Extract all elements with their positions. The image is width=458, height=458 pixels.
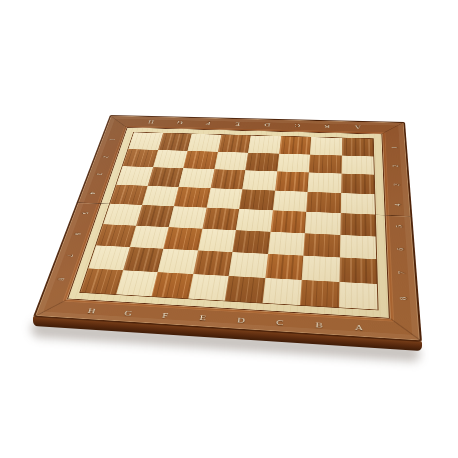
file-label-bottom-e: E — [199, 314, 207, 322]
square-e4[interactable] — [206, 188, 242, 209]
rank-label-left-1: 1 — [108, 138, 116, 140]
square-a5[interactable] — [340, 213, 376, 236]
file-label-bottom-h: H — [87, 307, 97, 315]
chess-board: HGFEDCBAHGFEDCBA1234567812345678 — [33, 115, 422, 342]
square-a7[interactable] — [339, 257, 377, 283]
square-c8[interactable] — [262, 278, 302, 305]
square-c6[interactable] — [268, 231, 305, 255]
rank-label-left-2: 2 — [102, 155, 110, 157]
rank-label-right-8: 8 — [399, 297, 409, 301]
rank-label-left-8: 8 — [56, 278, 65, 281]
square-d2[interactable] — [245, 152, 279, 171]
square-g5[interactable] — [136, 205, 174, 227]
square-e8[interactable] — [188, 274, 229, 301]
rank-label-right-7: 7 — [398, 271, 407, 274]
rank-label-left-3: 3 — [95, 173, 103, 175]
square-b4[interactable] — [306, 192, 341, 214]
fold-seam-left — [77, 202, 110, 204]
file-label-bottom-g: G — [124, 309, 133, 317]
file-label-bottom-f: F — [162, 311, 169, 319]
square-e6[interactable] — [198, 228, 236, 252]
square-a6[interactable] — [339, 235, 376, 260]
square-b7[interactable] — [302, 256, 340, 282]
square-d6[interactable] — [232, 230, 270, 254]
square-e3[interactable] — [210, 169, 245, 189]
square-d5[interactable] — [236, 209, 273, 232]
rank-label-right-1: 1 — [391, 147, 399, 149]
square-f4[interactable] — [174, 187, 210, 208]
square-d4[interactable] — [239, 189, 275, 210]
square-d3[interactable] — [242, 170, 277, 190]
board-frame: HGFEDCBAHGFEDCBA1234567812345678 — [33, 115, 422, 342]
square-a3[interactable] — [341, 174, 375, 194]
file-label-top-g: G — [176, 120, 183, 125]
square-f6[interactable] — [163, 227, 202, 251]
square-c3[interactable] — [275, 171, 309, 191]
rank-label-left-5: 5 — [81, 211, 89, 214]
square-f8[interactable] — [152, 272, 193, 299]
rank-label-left-6: 6 — [73, 232, 82, 235]
square-g1[interactable] — [158, 133, 192, 150]
square-e5[interactable] — [202, 208, 239, 230]
file-label-top-f: F — [206, 121, 211, 126]
square-e2[interactable] — [214, 152, 248, 171]
square-b8[interactable] — [300, 280, 339, 308]
square-g7[interactable] — [123, 247, 164, 272]
square-g4[interactable] — [142, 186, 179, 207]
rank-label-left-7: 7 — [65, 254, 74, 257]
square-f7[interactable] — [158, 249, 198, 274]
square-f5[interactable] — [169, 206, 207, 228]
file-label-top-h: H — [147, 120, 154, 124]
square-f1[interactable] — [187, 134, 220, 152]
square-b3[interactable] — [308, 172, 342, 192]
square-c5[interactable] — [270, 210, 306, 233]
square-a8[interactable] — [339, 282, 378, 310]
square-d1[interactable] — [248, 136, 281, 154]
product-photo-scene: HGFEDCBAHGFEDCBA1234567812345678 — [0, 0, 458, 458]
square-c2[interactable] — [277, 153, 310, 172]
file-label-top-d: D — [264, 122, 271, 127]
square-f2[interactable] — [183, 151, 217, 170]
square-e7[interactable] — [193, 250, 232, 275]
file-label-bottom-d: D — [237, 316, 246, 324]
file-label-top-b: B — [324, 124, 330, 129]
square-b6[interactable] — [303, 233, 340, 257]
square-f3[interactable] — [179, 168, 214, 188]
square-b5[interactable] — [305, 212, 341, 235]
square-c4[interactable] — [272, 190, 307, 211]
squares-grid — [79, 132, 378, 310]
file-label-bottom-b: B — [315, 321, 323, 329]
rank-label-right-6: 6 — [396, 247, 405, 250]
file-label-top-a: A — [355, 125, 361, 130]
file-label-top-c: C — [294, 123, 300, 128]
file-label-bottom-c: C — [276, 318, 284, 326]
frame-mitre-seam — [385, 315, 420, 341]
square-a4[interactable] — [340, 193, 375, 215]
square-c7[interactable] — [265, 254, 303, 280]
square-c1[interactable] — [279, 136, 311, 154]
file-label-top-e: E — [235, 122, 241, 127]
rank-label-right-4: 4 — [394, 204, 402, 207]
square-g6[interactable] — [129, 225, 168, 248]
square-e1[interactable] — [218, 135, 251, 153]
rank-label-left-4: 4 — [88, 192, 96, 195]
square-a1[interactable] — [341, 138, 373, 156]
square-b1[interactable] — [310, 137, 342, 155]
square-a2[interactable] — [341, 155, 374, 174]
file-label-bottom-a: A — [355, 323, 363, 331]
rank-label-right-2: 2 — [392, 165, 400, 167]
rank-label-right-3: 3 — [393, 184, 401, 187]
square-g2[interactable] — [153, 150, 188, 168]
square-d8[interactable] — [225, 276, 265, 303]
square-b2[interactable] — [309, 154, 342, 173]
rank-label-right-5: 5 — [395, 225, 404, 228]
square-d7[interactable] — [229, 252, 268, 278]
frame-mitre-seam — [35, 297, 72, 317]
square-g3[interactable] — [147, 167, 183, 187]
